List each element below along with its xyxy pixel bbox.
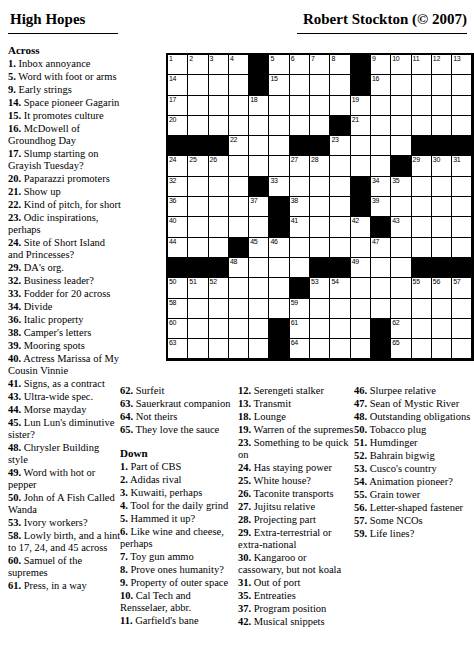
grid-cell[interactable]	[330, 197, 350, 217]
across-heading: Across	[8, 44, 121, 56]
grid-cell[interactable]: 59	[290, 299, 310, 319]
grid-cell[interactable]: 12	[432, 55, 452, 75]
grid-cell[interactable]: 23	[330, 136, 350, 156]
grid-cell[interactable]	[432, 217, 452, 237]
grid-cell-black	[188, 258, 208, 278]
grid-cell-black	[310, 136, 330, 156]
cell-number: 24	[169, 156, 176, 164]
grid-cell[interactable]	[229, 278, 249, 298]
grid-cell[interactable]: 61	[290, 319, 310, 339]
cell-number: 47	[372, 238, 379, 246]
grid-cell[interactable]	[351, 136, 371, 156]
grid-cell[interactable]: 62	[391, 319, 411, 339]
across-clue-24: 24. Site of Short Island and Princesses?	[8, 237, 121, 261]
across-clue-36: 36. Italic property	[8, 314, 121, 326]
cell-number: 55	[413, 278, 420, 286]
grid-cell[interactable]	[249, 116, 269, 136]
grid-cell[interactable]	[330, 156, 350, 176]
grid-cell[interactable]: 5	[269, 55, 289, 75]
cell-number: 6	[291, 55, 295, 63]
grid-cell[interactable]: 56	[432, 278, 452, 298]
grid-cell[interactable]: 8	[330, 55, 350, 75]
grid-cell[interactable]: 29	[412, 156, 432, 176]
grid-cell[interactable]: 11	[412, 55, 432, 75]
grid-cell[interactable]: 4	[229, 55, 249, 75]
down-clue-47: 47. Sean of Mystic River	[354, 398, 473, 410]
grid-cell[interactable]	[209, 75, 229, 95]
down-clue-56: 56. Letter-shaped fastener	[354, 502, 473, 514]
grid-cell[interactable]: 6	[290, 55, 310, 75]
down-clue-24: 24. Has staying power	[238, 462, 354, 474]
grid-cell[interactable]	[290, 258, 310, 278]
down-clue-31: 31. Out of port	[238, 577, 354, 589]
grid-cell[interactable]: 52	[209, 278, 229, 298]
cell-number: 45	[250, 238, 257, 246]
grid-cell[interactable]	[229, 197, 249, 217]
grid-cell[interactable]: 21	[351, 116, 371, 136]
cell-number: 29	[413, 156, 420, 164]
grid-cell[interactable]: 10	[391, 55, 411, 75]
grid-cell[interactable]	[290, 238, 310, 258]
across-clue-48: 48. Chrysler Building style	[8, 442, 121, 466]
grid-cell[interactable]	[269, 116, 289, 136]
grid-cell[interactable]	[209, 319, 229, 339]
across-clue-58: 58. Lowly birth, and a hint to 17, 24, a…	[8, 530, 121, 554]
grid-cell[interactable]: 48	[229, 258, 249, 278]
grid-cell[interactable]	[412, 116, 432, 136]
cell-number: 44	[169, 238, 176, 246]
across-clue-41: 41. Signs, as a contract	[8, 378, 121, 390]
cell-number: 26	[210, 156, 217, 164]
down-clue-2: 2. Adidas rival	[120, 474, 235, 486]
grid-cell[interactable]: 54	[330, 278, 350, 298]
cell-number: 30	[433, 156, 440, 164]
grid-cell-black	[432, 258, 452, 278]
across-clue-list-continued: 62. Surfeit63. Sauerkraut companion64. N…	[120, 385, 235, 436]
grid-cell[interactable]	[391, 116, 411, 136]
across-clue-14: 14. Space pioneer Gagarin	[8, 97, 121, 109]
down-clue-28: 28. Projecting part	[238, 514, 354, 526]
grid-cell[interactable]	[452, 339, 472, 359]
grid-cell[interactable]	[330, 238, 350, 258]
grid-cell[interactable]	[310, 96, 330, 116]
grid-cell[interactable]	[209, 197, 229, 217]
grid-cell[interactable]: 33	[269, 177, 289, 197]
grid-cell-black	[412, 258, 432, 278]
across-clue-9: 9. Early strings	[8, 84, 121, 96]
grid-cell[interactable]	[371, 116, 391, 136]
grid-cell[interactable]: 49	[351, 258, 371, 278]
grid-cell[interactable]: 51	[188, 278, 208, 298]
grid-cell[interactable]	[249, 299, 269, 319]
grid-cell[interactable]	[391, 136, 411, 156]
grid-cell[interactable]	[351, 278, 371, 298]
grid-cell[interactable]: 63	[168, 339, 188, 359]
grid-cell[interactable]	[310, 299, 330, 319]
grid-cell[interactable]: 64	[290, 339, 310, 359]
grid-cell-black	[290, 278, 310, 298]
grid-cell[interactable]: 45	[249, 238, 269, 258]
down-clue-list-2: 12. Serengeti stalker13. Transmit18. Lou…	[238, 385, 354, 628]
grid-cell[interactable]	[412, 299, 432, 319]
grid-cell[interactable]	[290, 96, 310, 116]
across-clue-29: 29. DA's org.	[8, 262, 121, 274]
clue-column-2: 62. Surfeit63. Sauerkraut companion64. N…	[120, 385, 235, 628]
grid-cell[interactable]: 26	[209, 156, 229, 176]
grid-cell[interactable]	[432, 339, 452, 359]
grid-cell-black	[391, 156, 411, 176]
grid-cell[interactable]	[391, 299, 411, 319]
grid-cell-black	[330, 116, 350, 136]
grid-cell[interactable]: 31	[452, 156, 472, 176]
grid-cell[interactable]	[330, 75, 350, 95]
cell-number: 2	[189, 55, 193, 63]
across-clue-33: 33. Fodder for 20 across	[8, 288, 121, 300]
grid-cell[interactable]	[371, 136, 391, 156]
down-clue-23: 23. Something to be quick on	[238, 437, 354, 461]
grid-cell[interactable]	[209, 339, 229, 359]
across-clue-5: 5. Word with foot or arms	[8, 71, 121, 83]
down-clue-42: 42. Musical snippets	[238, 616, 354, 628]
grid-cell[interactable]	[452, 299, 472, 319]
grid-cell[interactable]	[432, 116, 452, 136]
grid-cell[interactable]: 50	[168, 278, 188, 298]
grid-cell[interactable]	[452, 177, 472, 197]
grid-cell[interactable]	[330, 177, 350, 197]
grid-cell[interactable]: 60	[168, 319, 188, 339]
grid-cell[interactable]	[290, 116, 310, 136]
header-rule-left	[8, 33, 118, 34]
grid-cell[interactable]	[188, 319, 208, 339]
grid-cell[interactable]: 55	[412, 278, 432, 298]
grid-cell[interactable]	[412, 339, 432, 359]
grid-cell[interactable]	[209, 96, 229, 116]
cell-number: 56	[433, 278, 440, 286]
grid-cell[interactable]: 9	[371, 55, 391, 75]
grid-cell[interactable]	[188, 238, 208, 258]
down-clue-1: 1. Part of CBS	[120, 461, 235, 473]
cell-number: 35	[392, 177, 399, 185]
grid-cell[interactable]	[188, 177, 208, 197]
grid-cell[interactable]	[412, 319, 432, 339]
grid-cell[interactable]	[290, 177, 310, 197]
across-clue-53: 53. Ivory workers?	[8, 517, 121, 529]
cell-number: 46	[270, 238, 277, 246]
cell-number: 5	[270, 55, 274, 63]
grid-cell[interactable]	[452, 217, 472, 237]
grid-cell[interactable]	[249, 278, 269, 298]
cell-number: 13	[453, 55, 460, 63]
cell-number: 15	[270, 75, 277, 83]
grid-cell[interactable]	[188, 217, 208, 237]
grid-cell[interactable]: 28	[310, 156, 330, 176]
grid-cell[interactable]	[269, 299, 289, 319]
grid-cell[interactable]: 18	[249, 96, 269, 116]
grid-cell[interactable]: 22	[229, 136, 249, 156]
grid-cell[interactable]	[269, 136, 289, 156]
grid-cell-black	[249, 75, 269, 95]
grid-cell[interactable]: 47	[371, 238, 391, 258]
across-clue-44: 44. Morse mayday	[8, 404, 121, 416]
grid-cell[interactable]	[229, 116, 249, 136]
grid-cell[interactable]	[229, 75, 249, 95]
down-clue-13: 13. Transmit	[238, 398, 354, 410]
grid-cell[interactable]	[249, 136, 269, 156]
grid-cell[interactable]	[188, 75, 208, 95]
cell-number: 20	[169, 116, 176, 124]
grid-cell[interactable]	[371, 156, 391, 176]
grid-cell[interactable]	[229, 319, 249, 339]
grid-cell[interactable]	[351, 238, 371, 258]
grid-cell[interactable]: 27	[290, 156, 310, 176]
grid-cell[interactable]	[330, 299, 350, 319]
grid-cell[interactable]: 57	[452, 278, 472, 298]
cell-number: 37	[250, 197, 257, 205]
down-heading: Down	[120, 447, 235, 459]
cell-number: 11	[413, 55, 420, 63]
grid-cell[interactable]: 46	[269, 238, 289, 258]
grid-cell[interactable]	[249, 319, 269, 339]
grid-cell[interactable]	[452, 197, 472, 217]
grid-cell[interactable]	[351, 319, 371, 339]
down-clue-29: 29. Extra-terrestrial or extra-national	[238, 527, 354, 551]
down-clue-27: 27. Jujitsu relative	[238, 501, 354, 513]
grid-cell[interactable]: 14	[168, 75, 188, 95]
grid-cell[interactable]	[209, 177, 229, 197]
cell-number: 51	[189, 278, 196, 286]
grid-cell-black	[371, 217, 391, 237]
grid-cell-black	[452, 136, 472, 156]
across-clue-38: 38. Camper's letters	[8, 327, 121, 339]
grid-cell[interactable]	[310, 319, 330, 339]
grid-cell[interactable]	[412, 177, 432, 197]
across-clue-62: 62. Surfeit	[120, 385, 235, 397]
cell-number: 60	[169, 319, 176, 327]
grid-cell[interactable]	[330, 319, 350, 339]
grid-cell[interactable]	[229, 156, 249, 176]
grid-cell-black	[168, 136, 188, 156]
grid-cell[interactable]	[310, 116, 330, 136]
down-clue-18: 18. Lounge	[238, 411, 354, 423]
grid-cell-black	[330, 258, 350, 278]
grid-cell[interactable]: 15	[269, 75, 289, 95]
grid-cell[interactable]	[391, 278, 411, 298]
grid-cell[interactable]	[249, 339, 269, 359]
grid-cell[interactable]	[371, 278, 391, 298]
grid-cell[interactable]: 41	[290, 217, 310, 237]
cell-number: 10	[392, 55, 399, 63]
grid-cell[interactable]	[412, 96, 432, 116]
grid-cell-black	[351, 55, 371, 75]
across-clue-49: 49. Word with hot or pepper	[8, 467, 121, 491]
cell-number: 18	[250, 96, 257, 104]
grid-cell[interactable]	[269, 96, 289, 116]
grid-cell[interactable]	[351, 299, 371, 319]
grid-cell[interactable]: 3	[209, 55, 229, 75]
grid-cell[interactable]	[249, 258, 269, 278]
grid-cell[interactable]	[412, 238, 432, 258]
grid-cell[interactable]: 30	[432, 156, 452, 176]
cell-number: 39	[372, 197, 379, 205]
cell-number: 7	[311, 55, 315, 63]
down-clue-53: 53. Cusco's country	[354, 463, 473, 475]
cell-number: 32	[169, 177, 176, 185]
grid-cell[interactable]	[452, 96, 472, 116]
grid-cell[interactable]	[229, 339, 249, 359]
grid-cell[interactable]	[310, 177, 330, 197]
grid-cell[interactable]: 58	[168, 299, 188, 319]
cell-number: 9	[372, 55, 376, 63]
grid-cell[interactable]	[371, 258, 391, 278]
grid-cell[interactable]	[391, 96, 411, 116]
grid-cell[interactable]	[249, 156, 269, 176]
grid-cell[interactable]	[290, 75, 310, 95]
across-clue-20: 20. Paparazzi promoters	[8, 173, 121, 185]
grid-cell[interactable]	[432, 75, 452, 95]
grid-cell-black	[168, 258, 188, 278]
grid-cell[interactable]	[310, 217, 330, 237]
grid-cell[interactable]	[269, 258, 289, 278]
grid-cell[interactable]: 17	[168, 96, 188, 116]
cell-number: 21	[352, 116, 359, 124]
grid-cell[interactable]	[209, 299, 229, 319]
grid-cell[interactable]: 32	[168, 177, 188, 197]
down-clue-30: 30. Kangaroo or cassowary, but not koala	[238, 552, 354, 576]
grid-cell[interactable]	[310, 75, 330, 95]
grid-cell[interactable]	[330, 96, 350, 116]
cell-number: 31	[453, 156, 460, 164]
down-clue-8: 8. Prove ones humanity?	[120, 564, 235, 576]
across-clue-1: 1. Inbox annoyance	[8, 58, 121, 70]
grid-cell[interactable]	[188, 116, 208, 136]
cell-number: 3	[210, 55, 214, 63]
grid-cell[interactable]	[229, 96, 249, 116]
grid-cell[interactable]: 20	[168, 116, 188, 136]
grid-cell[interactable]	[412, 217, 432, 237]
grid-cell[interactable]: 24	[168, 156, 188, 176]
grid-cell[interactable]	[330, 339, 350, 359]
grid-cell[interactable]	[412, 197, 432, 217]
header-rule-right	[297, 33, 467, 34]
grid-cell[interactable]	[209, 217, 229, 237]
grid-cell[interactable]: 16	[371, 75, 391, 95]
grid-cell[interactable]	[432, 96, 452, 116]
grid-cell[interactable]	[188, 96, 208, 116]
grid-cell[interactable]: 34	[371, 177, 391, 197]
across-clue-60: 60. Samuel of the supremes	[8, 555, 121, 579]
grid-cell[interactable]	[452, 238, 472, 258]
grid-cell[interactable]: 43	[391, 217, 411, 237]
grid-cell[interactable]	[391, 75, 411, 95]
grid-cell[interactable]	[229, 177, 249, 197]
grid-cell[interactable]: 53	[310, 278, 330, 298]
crossword-grid-frame: 1234567891011121314151617181920212223242…	[166, 53, 474, 361]
grid-cell[interactable]: 1	[168, 55, 188, 75]
cell-number: 64	[291, 339, 298, 347]
down-clue-26: 26. Taconite transports	[238, 488, 354, 500]
grid-cell[interactable]	[452, 116, 472, 136]
grid-cell[interactable]: 35	[391, 177, 411, 197]
grid-cell[interactable]	[209, 238, 229, 258]
grid-cell[interactable]	[310, 339, 330, 359]
grid-cell[interactable]	[188, 339, 208, 359]
grid-cell[interactable]: 19	[351, 96, 371, 116]
grid-cell[interactable]	[351, 339, 371, 359]
grid-cell[interactable]	[269, 278, 289, 298]
grid-cell[interactable]: 40	[168, 217, 188, 237]
grid-cell[interactable]	[229, 299, 249, 319]
grid-cell[interactable]	[412, 75, 432, 95]
grid-cell[interactable]	[432, 177, 452, 197]
down-clue-4: 4. Tool for the daily grind	[120, 500, 235, 512]
grid-cell-black	[351, 75, 371, 95]
grid-cell-black	[269, 197, 289, 217]
cell-number: 48	[230, 258, 237, 266]
down-clue-37: 37. Program position	[238, 603, 354, 615]
grid-cell[interactable]	[249, 217, 269, 237]
grid-cell[interactable]	[371, 299, 391, 319]
grid-cell[interactable]: 37	[249, 197, 269, 217]
grid-cell[interactable]	[188, 197, 208, 217]
grid-cell[interactable]	[188, 299, 208, 319]
grid-cell[interactable]	[452, 319, 472, 339]
cell-number: 36	[169, 197, 176, 205]
down-clue-46: 46. Slurpee relative	[354, 385, 473, 397]
grid-cell[interactable]: 39	[371, 197, 391, 217]
grid-cell[interactable]	[310, 197, 330, 217]
across-clue-16: 16. McDowell of Groundhog Day	[8, 123, 121, 147]
grid-cell[interactable]	[351, 156, 371, 176]
grid-cell[interactable]: 25	[188, 156, 208, 176]
grid-cell[interactable]: 42	[351, 217, 371, 237]
across-clue-39: 39. Mooring spots	[8, 340, 121, 352]
grid-cell-black	[188, 136, 208, 156]
cell-number: 12	[433, 55, 440, 63]
cell-number: 22	[230, 136, 237, 144]
grid-cell[interactable]: 38	[290, 197, 310, 217]
grid-cell[interactable]	[269, 156, 289, 176]
grid-cell[interactable]	[310, 238, 330, 258]
grid-cell-black	[371, 319, 391, 339]
grid-cell[interactable]	[432, 197, 452, 217]
grid-cell[interactable]	[432, 238, 452, 258]
across-clue-43: 43. Ultra-wide spec.	[8, 391, 121, 403]
across-clue-34: 34. Divide	[8, 301, 121, 313]
grid-cell[interactable]: 36	[168, 197, 188, 217]
cell-number: 16	[372, 75, 379, 83]
grid-cell[interactable]: 7	[310, 55, 330, 75]
grid-cell[interactable]	[330, 217, 350, 237]
grid-cell[interactable]	[432, 299, 452, 319]
grid-cell[interactable]	[371, 96, 391, 116]
grid-cell[interactable]	[391, 238, 411, 258]
grid-cell[interactable]: 65	[391, 339, 411, 359]
across-clues-column: Across 1. Inbox annoyance5. Word with fo…	[8, 44, 121, 593]
grid-cell[interactable]	[209, 116, 229, 136]
grid-cell[interactable]: 44	[168, 238, 188, 258]
grid-cell-black	[269, 217, 289, 237]
grid-cell[interactable]	[229, 217, 249, 237]
grid-cell[interactable]: 2	[188, 55, 208, 75]
grid-cell[interactable]	[452, 75, 472, 95]
cell-number: 19	[352, 96, 359, 104]
grid-cell[interactable]	[391, 258, 411, 278]
down-clue-54: 54. Animation pioneer?	[354, 476, 473, 488]
grid-cell[interactable]	[391, 197, 411, 217]
grid-cell[interactable]	[432, 319, 452, 339]
cell-number: 34	[372, 177, 379, 185]
grid-cell[interactable]: 13	[452, 55, 472, 75]
